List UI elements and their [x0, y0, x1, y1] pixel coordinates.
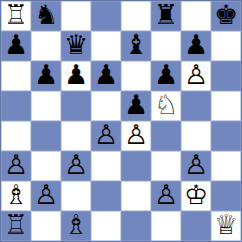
square-g7[interactable]: ♟ — [181, 31, 211, 61]
piece-white-knight: ♘ — [154, 91, 178, 120]
piece-black-pawn: ♟ — [64, 61, 88, 90]
square-g5[interactable] — [181, 91, 211, 121]
piece-black-king: ♚ — [214, 1, 238, 30]
piece-white-pawn: ♙ — [184, 151, 208, 180]
piece-black-knight: ♞ — [34, 1, 58, 30]
square-d6[interactable]: ♟ — [91, 61, 121, 91]
square-f2[interactable]: ♙ — [151, 181, 181, 211]
square-g6[interactable]: ♙ — [181, 61, 211, 91]
square-b2[interactable]: ♙ — [31, 181, 61, 211]
square-g8[interactable] — [181, 1, 211, 31]
piece-white-pawn: ♙ — [4, 151, 28, 180]
square-g1[interactable] — [181, 211, 211, 241]
piece-black-pawn: ♟ — [94, 61, 118, 90]
square-f3[interactable] — [151, 151, 181, 181]
square-d5[interactable] — [91, 91, 121, 121]
square-a3[interactable]: ♙ — [1, 151, 31, 181]
piece-black-queen: ♛ — [64, 31, 88, 60]
square-c8[interactable] — [61, 1, 91, 31]
square-c5[interactable] — [61, 91, 91, 121]
square-b6[interactable]: ♟ — [31, 61, 61, 91]
piece-white-bishop: ♗ — [4, 181, 28, 210]
piece-white-king: ♔ — [184, 181, 208, 210]
square-h4[interactable] — [211, 121, 241, 151]
square-d1[interactable] — [91, 211, 121, 241]
square-f5[interactable]: ♘ — [151, 91, 181, 121]
square-h5[interactable] — [211, 91, 241, 121]
piece-white-queen: ♕ — [214, 211, 238, 240]
piece-white-pawn: ♙ — [64, 151, 88, 180]
square-h2[interactable] — [211, 181, 241, 211]
square-h8[interactable]: ♚ — [211, 1, 241, 31]
square-c2[interactable] — [61, 181, 91, 211]
square-e7[interactable]: ♝ — [121, 31, 151, 61]
square-c3[interactable]: ♙ — [61, 151, 91, 181]
square-e5[interactable]: ♟ — [121, 91, 151, 121]
square-h7[interactable] — [211, 31, 241, 61]
square-c1[interactable]: ♗ — [61, 211, 91, 241]
square-a7[interactable]: ♟ — [1, 31, 31, 61]
square-f4[interactable] — [151, 121, 181, 151]
square-e4[interactable]: ♙ — [121, 121, 151, 151]
piece-black-pawn: ♟ — [4, 31, 28, 60]
square-f8[interactable]: ♜ — [151, 1, 181, 31]
square-b1[interactable] — [31, 211, 61, 241]
square-d8[interactable] — [91, 1, 121, 31]
square-f1[interactable] — [151, 211, 181, 241]
piece-black-pawn: ♟ — [154, 61, 178, 90]
square-d3[interactable] — [91, 151, 121, 181]
piece-white-pawn: ♙ — [154, 181, 178, 210]
piece-white-pawn: ♙ — [94, 121, 118, 150]
square-a5[interactable] — [1, 91, 31, 121]
piece-white-rook: ♖ — [4, 211, 28, 240]
square-d2[interactable] — [91, 181, 121, 211]
piece-white-pawn: ♙ — [124, 121, 148, 150]
square-b4[interactable] — [31, 121, 61, 151]
square-e8[interactable] — [121, 1, 151, 31]
square-d7[interactable] — [91, 31, 121, 61]
piece-black-pawn: ♟ — [34, 61, 58, 90]
square-h6[interactable] — [211, 61, 241, 91]
piece-white-rook: ♖ — [4, 1, 28, 30]
square-h1[interactable]: ♕ — [211, 211, 241, 241]
square-g2[interactable]: ♔ — [181, 181, 211, 211]
square-g4[interactable] — [181, 121, 211, 151]
piece-black-rook: ♜ — [154, 1, 178, 30]
square-b3[interactable] — [31, 151, 61, 181]
square-h3[interactable] — [211, 151, 241, 181]
chess-board-container: ♖♞♜♚♟♛♝♟♟♟♟♟♙♟♘♙♙♙♙♙♗♙♙♔♖♗♕ — [0, 0, 242, 242]
square-g3[interactable]: ♙ — [181, 151, 211, 181]
chess-board: ♖♞♜♚♟♛♝♟♟♟♟♟♙♟♘♙♙♙♙♙♗♙♙♔♖♗♕ — [0, 0, 242, 242]
square-a1[interactable]: ♖ — [1, 211, 31, 241]
square-a8[interactable]: ♖ — [1, 1, 31, 31]
piece-black-bishop: ♝ — [124, 31, 148, 60]
square-c6[interactable]: ♟ — [61, 61, 91, 91]
square-a2[interactable]: ♗ — [1, 181, 31, 211]
square-a6[interactable] — [1, 61, 31, 91]
square-f7[interactable] — [151, 31, 181, 61]
square-d4[interactable]: ♙ — [91, 121, 121, 151]
square-e1[interactable] — [121, 211, 151, 241]
piece-black-pawn: ♟ — [184, 31, 208, 60]
square-f6[interactable]: ♟ — [151, 61, 181, 91]
square-c4[interactable] — [61, 121, 91, 151]
square-e3[interactable] — [121, 151, 151, 181]
square-b8[interactable]: ♞ — [31, 1, 61, 31]
square-a4[interactable] — [1, 121, 31, 151]
square-e6[interactable] — [121, 61, 151, 91]
piece-white-pawn: ♙ — [34, 181, 58, 210]
piece-white-pawn: ♙ — [184, 61, 208, 90]
square-e2[interactable] — [121, 181, 151, 211]
piece-white-bishop: ♗ — [64, 211, 88, 240]
square-b5[interactable] — [31, 91, 61, 121]
piece-black-pawn: ♟ — [124, 91, 148, 120]
square-b7[interactable] — [31, 31, 61, 61]
square-c7[interactable]: ♛ — [61, 31, 91, 61]
